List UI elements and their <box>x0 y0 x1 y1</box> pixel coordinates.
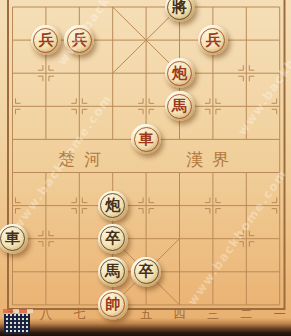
file-label-top-2: 2 <box>41 0 51 2</box>
file-label-top-4: 4 <box>108 0 118 2</box>
piece-glyph: 卒 <box>98 224 128 254</box>
piece-red-cannon[interactable]: 炮 <box>165 58 195 88</box>
piece-red-soldier-c9[interactable]: 兵 <box>64 25 94 55</box>
piece-red-chariot[interactable]: 車 <box>131 124 161 154</box>
river-label-chu-he: 楚河 <box>58 148 110 171</box>
qr-code-watermark <box>4 314 30 334</box>
piece-red-general[interactable]: 帥 <box>98 290 128 320</box>
piece-black-general[interactable]: 將 <box>165 0 195 22</box>
xiangqi-board-screenshot: 楚河 漢界 123456789 九八七六五四三二一 將兵兵兵炮馬車炮車卒馬卒帥 … <box>0 0 291 336</box>
table-front-edge <box>0 318 291 336</box>
piece-black-soldier-d3[interactable]: 卒 <box>98 224 128 254</box>
piece-glyph: 兵 <box>198 25 228 55</box>
piece-glyph: 帥 <box>98 290 128 320</box>
river-label-han-jie: 漢界 <box>186 148 238 171</box>
piece-glyph: 馬 <box>165 91 195 121</box>
piece-red-soldier-b9[interactable]: 兵 <box>31 25 61 55</box>
piece-glyph: 車 <box>131 124 161 154</box>
piece-glyph: 將 <box>165 0 195 22</box>
piece-black-horse[interactable]: 馬 <box>98 257 128 287</box>
file-label-top-9: 9 <box>275 0 285 2</box>
file-label-top-1: 1 <box>8 0 18 2</box>
piece-glyph: 炮 <box>98 191 128 221</box>
piece-glyph: 兵 <box>31 25 61 55</box>
file-label-top-7: 7 <box>208 0 218 2</box>
file-label-top-8: 8 <box>241 0 251 2</box>
piece-glyph: 馬 <box>98 257 128 287</box>
piece-black-chariot[interactable]: 車 <box>0 224 28 254</box>
piece-black-cannon[interactable]: 炮 <box>98 191 128 221</box>
qr-caption <box>3 309 33 313</box>
piece-red-horse[interactable]: 馬 <box>165 91 195 121</box>
piece-black-soldier-e2[interactable]: 卒 <box>131 257 161 287</box>
piece-glyph: 炮 <box>165 58 195 88</box>
file-label-top-5: 5 <box>141 0 151 2</box>
file-label-top-3: 3 <box>74 0 84 2</box>
piece-glyph: 兵 <box>64 25 94 55</box>
piece-red-soldier-g9[interactable]: 兵 <box>198 25 228 55</box>
piece-glyph: 車 <box>0 224 28 254</box>
piece-glyph: 卒 <box>131 257 161 287</box>
